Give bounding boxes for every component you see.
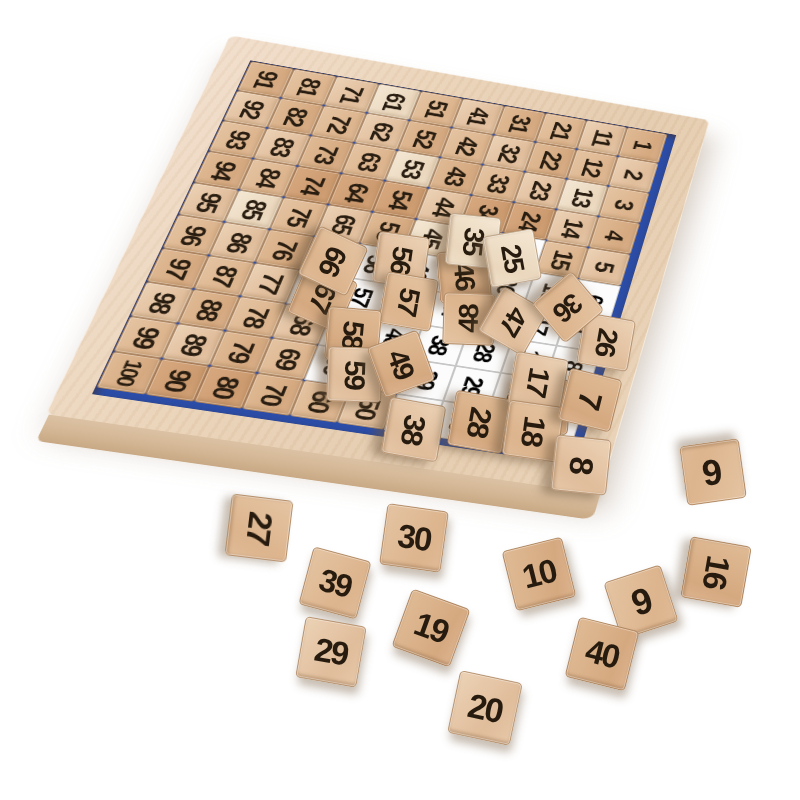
- number-label: 38: [394, 412, 433, 447]
- number-label: 74: [293, 174, 333, 197]
- number-label: 73: [306, 143, 345, 166]
- loose-tile-19[interactable]: 19: [391, 588, 470, 667]
- number-label: 5: [588, 260, 622, 274]
- loose-tile-10[interactable]: 10: [501, 536, 576, 611]
- number-label: 14: [554, 217, 591, 240]
- number-label: 41: [460, 105, 497, 127]
- number-label: 84: [248, 166, 288, 189]
- number-label: 20: [464, 685, 505, 730]
- number-label: 43: [437, 165, 475, 188]
- number-label: 98: [140, 290, 183, 315]
- number-label: 29: [312, 630, 351, 673]
- number-label: 33: [479, 172, 516, 195]
- number-label: 12: [574, 156, 610, 178]
- number-label: 32: [491, 142, 528, 164]
- number-label: 80: [204, 374, 247, 400]
- number-label: 63: [350, 150, 389, 173]
- number-label: 26: [588, 326, 624, 358]
- number-label: 36: [547, 286, 588, 328]
- number-label: 10: [519, 552, 560, 597]
- number-label: 40: [582, 632, 623, 677]
- number-label: 81: [290, 76, 329, 98]
- number-label: 75: [279, 205, 319, 229]
- number-label: 13: [564, 186, 600, 209]
- number-label: 61: [375, 91, 413, 113]
- number-label: 59: [337, 359, 371, 388]
- loose-tile-39[interactable]: 39: [298, 546, 371, 619]
- loose-tile-16[interactable]: 16: [680, 536, 752, 608]
- number-label: 18: [514, 414, 552, 448]
- number-label: 69: [267, 346, 309, 371]
- number-label: 53: [393, 158, 431, 181]
- number-label: 99: [124, 324, 168, 350]
- photo-stage: 9192939495969798991008182838485868788899…: [0, 0, 800, 800]
- scattered-tile-25[interactable]: 25: [482, 228, 542, 288]
- number-label: 30: [395, 517, 433, 559]
- number-label: 82: [276, 105, 315, 128]
- number-label: 25: [494, 242, 530, 274]
- scattered-tile-57[interactable]: 57: [377, 270, 438, 331]
- number-label: 49: [381, 345, 422, 383]
- number-label: 4: [598, 228, 631, 242]
- number-label: 94: [203, 159, 244, 183]
- number-label: 42: [448, 135, 485, 158]
- number-label: 11: [585, 128, 620, 149]
- number-label: 83: [262, 135, 302, 158]
- number-label: 21: [543, 120, 579, 142]
- loose-tile-20[interactable]: 20: [447, 670, 523, 746]
- number-label: 77: [250, 270, 291, 295]
- number-label: 70: [252, 381, 295, 407]
- loose-tile-6[interactable]: 6: [679, 438, 747, 506]
- number-label: 51: [418, 98, 455, 120]
- loose-tile-40[interactable]: 40: [564, 616, 639, 691]
- number-label: 52: [406, 128, 444, 151]
- number-label: 92: [232, 98, 272, 121]
- number-label: 93: [218, 128, 258, 151]
- number-label: 87: [203, 263, 245, 288]
- number-label: 47: [492, 301, 533, 341]
- loose-tile-29[interactable]: 29: [295, 616, 367, 688]
- number-label: 16: [694, 553, 737, 592]
- number-label: 79: [220, 339, 263, 365]
- number-label: 22: [533, 149, 569, 171]
- number-label: 62: [363, 120, 401, 143]
- number-label: 64: [337, 181, 376, 204]
- number-label: 31: [502, 113, 538, 135]
- number-label: 8: [561, 455, 601, 475]
- number-label: 100: [110, 359, 148, 387]
- number-label: 66: [312, 241, 354, 281]
- number-label: 3: [608, 198, 641, 212]
- number-label: 72: [320, 113, 359, 136]
- number-label: 89: [172, 332, 215, 358]
- number-label: 17: [519, 365, 556, 399]
- number-label: 57: [390, 285, 426, 317]
- number-label: 23: [522, 179, 559, 202]
- number-label: 15: [543, 248, 580, 271]
- number-label: 9: [626, 579, 656, 625]
- number-label: 2: [617, 168, 649, 182]
- number-label: 39: [315, 561, 355, 605]
- number-label: 78: [235, 304, 277, 329]
- number-label: 71: [333, 83, 371, 105]
- number-label: 88: [188, 297, 231, 322]
- number-label: 6: [701, 450, 725, 494]
- scattered-tile-38[interactable]: 38: [380, 396, 446, 462]
- number-label: 95: [188, 190, 229, 214]
- number-label: 1: [627, 138, 659, 152]
- number-label: 91: [246, 68, 285, 90]
- number-label: 97: [157, 256, 200, 281]
- number-label: 85: [233, 198, 274, 222]
- number-label: 96: [172, 223, 214, 247]
- number-label: 7: [570, 388, 610, 412]
- loose-tile-30[interactable]: 30: [379, 503, 449, 573]
- number-label: 28: [460, 405, 499, 440]
- number-label: 86: [219, 230, 260, 254]
- scattered-tile-8[interactable]: 8: [550, 434, 612, 496]
- number-label: 27: [238, 509, 280, 546]
- number-label: 90: [156, 367, 200, 393]
- loose-tile-27[interactable]: 27: [224, 493, 293, 562]
- number-label: 76: [264, 237, 305, 261]
- number-label: 54: [381, 188, 420, 211]
- number-label: 19: [409, 605, 453, 652]
